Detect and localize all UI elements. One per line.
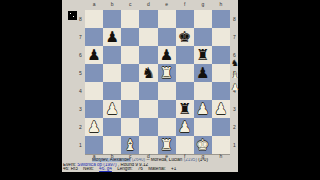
move-status-line: 46: Rf3 Next: 46. g4 Length: 76 Material… [62, 167, 238, 172]
square-b7[interactable]: ♟ [103, 28, 121, 46]
rank-label-3: 3 [77, 100, 84, 118]
file-label-g: g [194, 1, 212, 9]
square-f5[interactable] [176, 64, 194, 82]
square-c6[interactable] [121, 46, 139, 64]
square-g8[interactable] [194, 10, 212, 28]
rank-label-8: 8 [231, 10, 238, 28]
length-label: Length: [117, 167, 132, 171]
white-piece-p-b3: ♟ [105, 102, 118, 117]
black-piece-p-g5: ♟ [196, 66, 209, 81]
file-label-f: f [176, 1, 194, 9]
square-h3[interactable]: ♟ [212, 100, 230, 118]
square-e4[interactable] [158, 82, 176, 100]
chess-board: ♟♚♟♟♜♞♜♟♟♜♟♟♟♟♝♜♚ [85, 10, 230, 155]
event-label: Event: [63, 163, 76, 167]
square-d7[interactable] [139, 28, 157, 46]
material-value: +1 [171, 167, 176, 171]
square-d2[interactable] [139, 118, 157, 136]
side-to-move-indicator [68, 11, 77, 20]
square-g3[interactable]: ♟ [194, 100, 212, 118]
square-f2[interactable]: ♟ [176, 118, 194, 136]
square-b1[interactable] [103, 136, 121, 154]
square-e7[interactable] [158, 28, 176, 46]
rank-label-5: 5 [77, 64, 84, 82]
chess-app-panel: abcdefgh 87654321 ♟♚♟♟♜♞♜♟♟♜♟♟♟♟♝♜♚ 8765… [62, 0, 238, 172]
square-a8[interactable] [85, 10, 103, 28]
rank-label-1: 1 [231, 136, 238, 154]
square-d4[interactable] [139, 82, 157, 100]
rank-label-7: 7 [77, 28, 84, 46]
square-c2[interactable] [121, 118, 139, 136]
file-label-h: h [212, 1, 230, 9]
square-e6[interactable]: ♟ [158, 46, 176, 64]
square-c3[interactable] [121, 100, 139, 118]
square-b5[interactable] [103, 64, 121, 82]
black-piece-k-f7: ♚ [178, 30, 191, 45]
game-caption: Motylev, Alexander (2640) -- Moreda, Luc… [62, 158, 238, 172]
square-e3[interactable] [158, 100, 176, 118]
file-label-c: c [121, 1, 139, 9]
square-h1[interactable] [212, 136, 230, 154]
next-move: 46. g4 [99, 167, 112, 171]
white-piece-p-a2: ♟ [87, 120, 100, 135]
white-piece-r-e5: ♜ [160, 66, 173, 81]
rank-label-6: 6 [77, 46, 84, 64]
white-piece-b-c1: ♝ [124, 138, 137, 153]
rank-labels-left: 87654321 [77, 10, 84, 154]
material-tray: ♞♝♟ [230, 57, 240, 93]
square-f3[interactable]: ♜ [176, 100, 194, 118]
tray-white-b: ♝ [231, 69, 239, 81]
square-e2[interactable] [158, 118, 176, 136]
square-h7[interactable] [212, 28, 230, 46]
white-player-elo: (2640) [132, 158, 145, 162]
square-a7[interactable] [85, 28, 103, 46]
square-h5[interactable] [212, 64, 230, 82]
black-piece-p-e6: ♟ [160, 48, 173, 63]
white-piece-k-g1: ♚ [196, 138, 209, 153]
white-piece-r-e1: ♜ [160, 138, 173, 153]
file-label-e: e [158, 1, 176, 9]
square-d3[interactable] [139, 100, 157, 118]
black-piece-p-a6: ♟ [87, 48, 100, 63]
rank-label-2: 2 [231, 118, 238, 136]
square-a4[interactable] [85, 82, 103, 100]
square-e5[interactable]: ♜ [158, 64, 176, 82]
square-e8[interactable] [158, 10, 176, 28]
square-f6[interactable] [176, 46, 194, 64]
white-piece-p-f2: ♟ [178, 120, 191, 135]
black-piece-p-b7: ♟ [105, 30, 118, 45]
rank-label-3: 3 [231, 100, 238, 118]
square-b8[interactable] [103, 10, 121, 28]
square-b6[interactable] [103, 46, 121, 64]
file-label-b: b [103, 1, 121, 9]
material-label: Material: [148, 167, 166, 171]
black-player-name: Moreda, Lucian [151, 158, 183, 162]
square-f8[interactable] [176, 10, 194, 28]
square-g4[interactable] [194, 82, 212, 100]
square-b2[interactable] [103, 118, 121, 136]
square-e1[interactable]: ♜ [158, 136, 176, 154]
square-g6[interactable]: ♜ [194, 46, 212, 64]
event-round-date: , Round 9 9.12 [118, 163, 148, 167]
square-c8[interactable] [121, 10, 139, 28]
square-c4[interactable] [121, 82, 139, 100]
square-g5[interactable]: ♟ [194, 64, 212, 82]
length-value: 76 [138, 167, 143, 171]
square-a3[interactable] [85, 100, 103, 118]
square-f4[interactable] [176, 82, 194, 100]
rank-label-4: 4 [77, 82, 84, 100]
square-b4[interactable] [103, 82, 121, 100]
square-f1[interactable] [176, 136, 194, 154]
square-d1[interactable] [139, 136, 157, 154]
rank-label-7: 7 [231, 28, 238, 46]
square-d5[interactable]: ♞ [139, 64, 157, 82]
square-h4[interactable] [212, 82, 230, 100]
black-player-elo: (2195) [184, 158, 197, 162]
square-h2[interactable] [212, 118, 230, 136]
tray-black-n: ♞ [231, 57, 239, 69]
tray-white-p: ♟ [231, 81, 239, 93]
square-g1[interactable]: ♚ [194, 136, 212, 154]
file-labels-top: abcdefgh [85, 1, 230, 9]
square-b3[interactable]: ♟ [103, 100, 121, 118]
file-label-d: d [139, 1, 157, 9]
square-g7[interactable] [194, 28, 212, 46]
event-name[interactable]: Swidnica op (1997) [77, 163, 116, 167]
black-piece-r-f3: ♜ [178, 102, 191, 117]
game-result: (1-0) [198, 158, 208, 162]
square-g2[interactable] [194, 118, 212, 136]
white-player-name: Motylev, Alexander [92, 158, 130, 162]
square-c5[interactable] [121, 64, 139, 82]
white-piece-p-g3: ♟ [196, 102, 209, 117]
black-piece-r-g6: ♜ [196, 48, 209, 63]
square-h6[interactable] [212, 46, 230, 64]
current-move: 46: Rf3 [63, 167, 78, 171]
square-a5[interactable] [85, 64, 103, 82]
square-c1[interactable]: ♝ [121, 136, 139, 154]
video-frame: { "game": "chess", "position": { "fen": … [0, 0, 320, 180]
square-h8[interactable] [212, 10, 230, 28]
square-f7[interactable]: ♚ [176, 28, 194, 46]
black-piece-n-d5: ♞ [142, 66, 155, 81]
next-label: Next: [83, 167, 94, 171]
file-label-a: a [85, 1, 103, 9]
rank-label-2: 2 [77, 118, 84, 136]
square-a6[interactable]: ♟ [85, 46, 103, 64]
square-c7[interactable] [121, 28, 139, 46]
rank-label-8: 8 [77, 10, 84, 28]
square-d6[interactable] [139, 46, 157, 64]
white-piece-p-h3: ♟ [214, 102, 227, 117]
players-separator: -- [146, 158, 149, 162]
square-a2[interactable]: ♟ [85, 118, 103, 136]
square-d8[interactable] [139, 10, 157, 28]
rank-label-1: 1 [77, 136, 84, 154]
square-a1[interactable] [85, 136, 103, 154]
